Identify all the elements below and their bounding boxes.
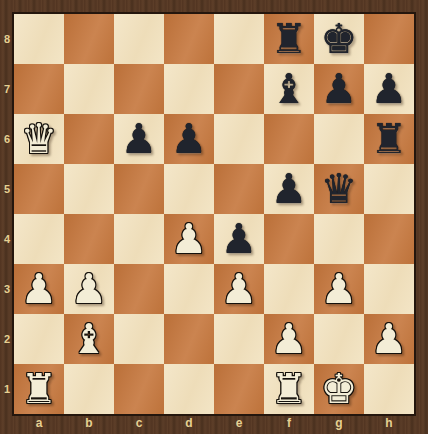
square-e7[interactable] (214, 64, 264, 114)
square-g5[interactable]: ♛ (314, 164, 364, 214)
square-a1[interactable]: ♜ (14, 364, 64, 414)
square-g3[interactable]: ♟ (314, 264, 364, 314)
square-e8[interactable] (214, 14, 264, 64)
piece-black-king-g8[interactable]: ♚ (314, 14, 364, 64)
square-d1[interactable] (164, 364, 214, 414)
square-h2[interactable]: ♟ (364, 314, 414, 364)
square-c3[interactable] (114, 264, 164, 314)
square-a5[interactable] (14, 164, 64, 214)
square-g7[interactable]: ♟ (314, 64, 364, 114)
piece-black-queen-g5[interactable]: ♛ (314, 164, 364, 214)
rank-label-5: 5 (0, 164, 14, 214)
square-a2[interactable] (14, 314, 64, 364)
square-b4[interactable] (64, 214, 114, 264)
square-h6[interactable]: ♜ (364, 114, 414, 164)
square-c4[interactable] (114, 214, 164, 264)
square-f4[interactable] (264, 214, 314, 264)
square-b8[interactable] (64, 14, 114, 64)
square-f8[interactable]: ♜ (264, 14, 314, 64)
file-label-f: f (264, 414, 314, 434)
square-h8[interactable] (364, 14, 414, 64)
rank-label-2: 2 (0, 314, 14, 364)
piece-white-king-g1[interactable]: ♚ (314, 364, 364, 414)
piece-black-pawn-f5[interactable]: ♟ (264, 164, 314, 214)
file-labels: abcdefgh (14, 414, 414, 434)
piece-white-bishop-b2[interactable]: ♝ (64, 314, 114, 364)
square-d6[interactable]: ♟ (164, 114, 214, 164)
piece-white-queen-a6[interactable]: ♛ (14, 114, 64, 164)
piece-white-pawn-b3[interactable]: ♟ (64, 264, 114, 314)
square-b7[interactable] (64, 64, 114, 114)
chess-board-frame: 87654321 ♜♚♝♟♟♛♟♟♜♟♛♟♟♟♟♟♟♝♟♟♜♜♚ abcdefg… (0, 0, 428, 434)
square-c5[interactable] (114, 164, 164, 214)
file-label-g: g (314, 414, 364, 434)
piece-white-pawn-g3[interactable]: ♟ (314, 264, 364, 314)
square-d8[interactable] (164, 14, 214, 64)
square-g8[interactable]: ♚ (314, 14, 364, 64)
file-label-a: a (14, 414, 64, 434)
square-e4[interactable]: ♟ (214, 214, 264, 264)
square-c6[interactable]: ♟ (114, 114, 164, 164)
square-d7[interactable] (164, 64, 214, 114)
board: ♜♚♝♟♟♛♟♟♜♟♛♟♟♟♟♟♟♝♟♟♜♜♚ (14, 14, 414, 414)
piece-black-pawn-c6[interactable]: ♟ (114, 114, 164, 164)
square-b6[interactable] (64, 114, 114, 164)
piece-white-pawn-h2[interactable]: ♟ (364, 314, 414, 364)
square-a6[interactable]: ♛ (14, 114, 64, 164)
square-b5[interactable] (64, 164, 114, 214)
square-c8[interactable] (114, 14, 164, 64)
square-h1[interactable] (364, 364, 414, 414)
square-d4[interactable]: ♟ (164, 214, 214, 264)
square-h3[interactable] (364, 264, 414, 314)
square-e1[interactable] (214, 364, 264, 414)
rank-label-3: 3 (0, 264, 14, 314)
piece-black-rook-f8[interactable]: ♜ (264, 14, 314, 64)
rank-label-6: 6 (0, 114, 14, 164)
piece-white-pawn-d4[interactable]: ♟ (164, 214, 214, 264)
square-f6[interactable] (264, 114, 314, 164)
square-b3[interactable]: ♟ (64, 264, 114, 314)
square-d3[interactable] (164, 264, 214, 314)
rank-label-1: 1 (0, 364, 14, 414)
square-g6[interactable] (314, 114, 364, 164)
square-f7[interactable]: ♝ (264, 64, 314, 114)
square-b2[interactable]: ♝ (64, 314, 114, 364)
square-f5[interactable]: ♟ (264, 164, 314, 214)
square-g2[interactable] (314, 314, 364, 364)
square-c1[interactable] (114, 364, 164, 414)
piece-white-rook-a1[interactable]: ♜ (14, 364, 64, 414)
piece-white-rook-f1[interactable]: ♜ (264, 364, 314, 414)
square-c2[interactable] (114, 314, 164, 364)
piece-black-pawn-e4[interactable]: ♟ (214, 214, 264, 264)
piece-black-pawn-d6[interactable]: ♟ (164, 114, 214, 164)
piece-black-rook-h6[interactable]: ♜ (364, 114, 414, 164)
rank-label-4: 4 (0, 214, 14, 264)
piece-white-pawn-e3[interactable]: ♟ (214, 264, 264, 314)
square-h4[interactable] (364, 214, 414, 264)
square-a7[interactable] (14, 64, 64, 114)
piece-black-pawn-g7[interactable]: ♟ (314, 64, 364, 114)
rank-label-8: 8 (0, 14, 14, 64)
square-a8[interactable] (14, 14, 64, 64)
square-e2[interactable] (214, 314, 264, 364)
square-f3[interactable] (264, 264, 314, 314)
piece-black-bishop-f7[interactable]: ♝ (264, 64, 314, 114)
piece-black-pawn-h7[interactable]: ♟ (364, 64, 414, 114)
rank-labels: 87654321 (0, 14, 14, 414)
square-d2[interactable] (164, 314, 214, 364)
file-label-c: c (114, 414, 164, 434)
square-h7[interactable]: ♟ (364, 64, 414, 114)
square-a3[interactable]: ♟ (14, 264, 64, 314)
square-g4[interactable] (314, 214, 364, 264)
square-e6[interactable] (214, 114, 264, 164)
piece-white-pawn-a3[interactable]: ♟ (14, 264, 64, 314)
square-g1[interactable]: ♚ (314, 364, 364, 414)
piece-white-pawn-f2[interactable]: ♟ (264, 314, 314, 364)
square-e3[interactable]: ♟ (214, 264, 264, 314)
square-b1[interactable] (64, 364, 114, 414)
square-h5[interactable] (364, 164, 414, 214)
square-c7[interactable] (114, 64, 164, 114)
file-label-e: e (214, 414, 264, 434)
file-label-h: h (364, 414, 414, 434)
square-a4[interactable] (14, 214, 64, 264)
square-f1[interactable]: ♜ (264, 364, 314, 414)
file-label-d: d (164, 414, 214, 434)
rank-label-7: 7 (0, 64, 14, 114)
square-d5[interactable] (164, 164, 214, 214)
square-e5[interactable] (214, 164, 264, 214)
file-label-b: b (64, 414, 114, 434)
square-f2[interactable]: ♟ (264, 314, 314, 364)
